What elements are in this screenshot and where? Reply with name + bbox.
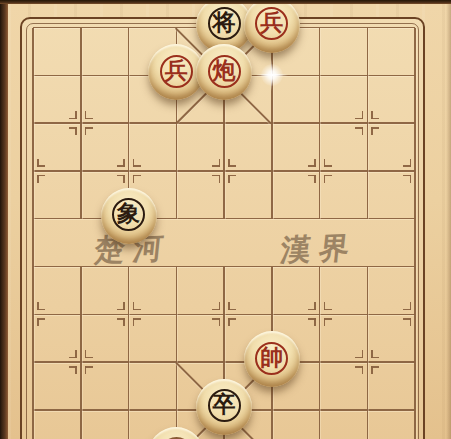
piece-black-elephant[interactable]: 象: [101, 188, 157, 244]
piece-character: 炮: [213, 59, 236, 82]
piece-ring: 兵: [255, 7, 288, 40]
piece-ring: 将: [208, 7, 241, 40]
board-edge-shade: [446, 0, 451, 439]
xiangqi-board: 楚河 漢界 将兵兵炮象帥卒: [0, 0, 451, 439]
piece-character: 卒: [213, 393, 236, 416]
piece-character: 象: [117, 202, 140, 225]
piece-ring: 象: [112, 198, 145, 231]
piece-unknown-unknown-piece-partially-visible[interactable]: [148, 427, 204, 439]
piece-red-general[interactable]: 帥: [244, 331, 300, 387]
piece-character: 帥: [260, 346, 283, 369]
piece-ring: 帥: [255, 342, 288, 375]
wooden-frame-left: [0, 0, 8, 439]
piece-ring: 卒: [208, 389, 241, 422]
pieces-layer: 将兵兵炮象帥卒: [0, 0, 451, 439]
piece-character: 兵: [260, 11, 283, 34]
piece-black-soldier[interactable]: 卒: [196, 379, 252, 435]
piece-red-cannon[interactable]: 炮: [196, 44, 252, 100]
move-highlight-sparkle: [261, 64, 283, 86]
piece-ring: 兵: [160, 55, 193, 88]
piece-ring: 炮: [208, 55, 241, 88]
piece-red-soldier[interactable]: 兵: [244, 0, 300, 53]
piece-character: 兵: [165, 59, 188, 82]
wooden-frame-top: [0, 0, 451, 4]
piece-character: 将: [213, 11, 236, 34]
